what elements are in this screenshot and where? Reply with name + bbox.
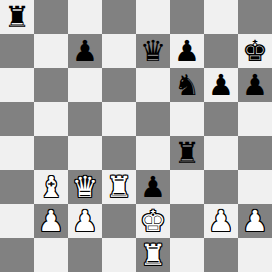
square-f7[interactable]: ♟ bbox=[170, 34, 204, 68]
square-c8[interactable] bbox=[68, 0, 102, 34]
square-g7[interactable] bbox=[204, 34, 238, 68]
square-e8[interactable] bbox=[136, 0, 170, 34]
square-b8[interactable] bbox=[34, 0, 68, 34]
square-d2[interactable] bbox=[102, 204, 136, 238]
square-c5[interactable] bbox=[68, 102, 102, 136]
chess-board: ♜♟♛♟♚♞♟♟♜♝♛♜♟♟♟♚♟♟♜ bbox=[0, 0, 272, 272]
square-h2[interactable]: ♟ bbox=[238, 204, 272, 238]
square-f8[interactable] bbox=[170, 0, 204, 34]
square-h4[interactable] bbox=[238, 136, 272, 170]
square-c7[interactable]: ♟ bbox=[68, 34, 102, 68]
square-b2[interactable]: ♟ bbox=[34, 204, 68, 238]
square-a6[interactable] bbox=[0, 68, 34, 102]
square-g5[interactable] bbox=[204, 102, 238, 136]
square-f6[interactable]: ♞ bbox=[170, 68, 204, 102]
square-a3[interactable] bbox=[0, 170, 34, 204]
square-b6[interactable] bbox=[34, 68, 68, 102]
square-h8[interactable] bbox=[238, 0, 272, 34]
piece-white-rook-e1[interactable]: ♜ bbox=[140, 238, 166, 272]
square-a1[interactable] bbox=[0, 238, 34, 272]
square-d4[interactable] bbox=[102, 136, 136, 170]
square-e5[interactable] bbox=[136, 102, 170, 136]
piece-black-pawn-h6[interactable]: ♟ bbox=[242, 68, 268, 102]
square-d3[interactable]: ♜ bbox=[102, 170, 136, 204]
piece-white-pawn-c2[interactable]: ♟ bbox=[72, 204, 98, 238]
square-e1[interactable]: ♜ bbox=[136, 238, 170, 272]
square-f5[interactable] bbox=[170, 102, 204, 136]
piece-black-pawn-f7[interactable]: ♟ bbox=[174, 34, 200, 68]
piece-black-pawn-e3[interactable]: ♟ bbox=[140, 170, 166, 204]
square-e6[interactable] bbox=[136, 68, 170, 102]
square-c6[interactable] bbox=[68, 68, 102, 102]
piece-black-knight-f6[interactable]: ♞ bbox=[174, 68, 200, 102]
square-a8[interactable]: ♜ bbox=[0, 0, 34, 34]
piece-white-rook-d3[interactable]: ♜ bbox=[106, 170, 132, 204]
piece-white-pawn-h2[interactable]: ♟ bbox=[242, 204, 268, 238]
square-d6[interactable] bbox=[102, 68, 136, 102]
square-a4[interactable] bbox=[0, 136, 34, 170]
square-f3[interactable] bbox=[170, 170, 204, 204]
piece-white-queen-c3[interactable]: ♛ bbox=[72, 170, 98, 204]
piece-black-pawn-c7[interactable]: ♟ bbox=[72, 34, 98, 68]
piece-white-king-e2[interactable]: ♚ bbox=[140, 204, 166, 238]
square-h1[interactable] bbox=[238, 238, 272, 272]
piece-black-rook-f4[interactable]: ♜ bbox=[174, 136, 200, 170]
piece-white-bishop-b3[interactable]: ♝ bbox=[38, 170, 64, 204]
square-h6[interactable]: ♟ bbox=[238, 68, 272, 102]
piece-black-king-h7[interactable]: ♚ bbox=[242, 34, 268, 68]
square-g8[interactable] bbox=[204, 0, 238, 34]
piece-black-pawn-g6[interactable]: ♟ bbox=[208, 68, 234, 102]
square-g1[interactable] bbox=[204, 238, 238, 272]
square-c1[interactable] bbox=[68, 238, 102, 272]
square-a5[interactable] bbox=[0, 102, 34, 136]
square-g6[interactable]: ♟ bbox=[204, 68, 238, 102]
square-b3[interactable]: ♝ bbox=[34, 170, 68, 204]
square-h3[interactable] bbox=[238, 170, 272, 204]
square-g2[interactable]: ♟ bbox=[204, 204, 238, 238]
square-c3[interactable]: ♛ bbox=[68, 170, 102, 204]
square-b1[interactable] bbox=[34, 238, 68, 272]
square-c2[interactable]: ♟ bbox=[68, 204, 102, 238]
square-d8[interactable] bbox=[102, 0, 136, 34]
square-d7[interactable] bbox=[102, 34, 136, 68]
piece-white-pawn-b2[interactable]: ♟ bbox=[38, 204, 64, 238]
square-e7[interactable]: ♛ bbox=[136, 34, 170, 68]
square-e2[interactable]: ♚ bbox=[136, 204, 170, 238]
piece-white-pawn-g2[interactable]: ♟ bbox=[208, 204, 234, 238]
square-a7[interactable] bbox=[0, 34, 34, 68]
square-f1[interactable] bbox=[170, 238, 204, 272]
square-d5[interactable] bbox=[102, 102, 136, 136]
square-b5[interactable] bbox=[34, 102, 68, 136]
square-h7[interactable]: ♚ bbox=[238, 34, 272, 68]
square-g4[interactable] bbox=[204, 136, 238, 170]
square-e4[interactable] bbox=[136, 136, 170, 170]
square-a2[interactable] bbox=[0, 204, 34, 238]
square-b4[interactable] bbox=[34, 136, 68, 170]
square-g3[interactable] bbox=[204, 170, 238, 204]
piece-black-rook-a8[interactable]: ♜ bbox=[4, 0, 30, 34]
square-e3[interactable]: ♟ bbox=[136, 170, 170, 204]
square-d1[interactable] bbox=[102, 238, 136, 272]
square-b7[interactable] bbox=[34, 34, 68, 68]
square-f4[interactable]: ♜ bbox=[170, 136, 204, 170]
square-c4[interactable] bbox=[68, 136, 102, 170]
square-f2[interactable] bbox=[170, 204, 204, 238]
piece-black-queen-e7[interactable]: ♛ bbox=[140, 34, 166, 68]
square-h5[interactable] bbox=[238, 102, 272, 136]
